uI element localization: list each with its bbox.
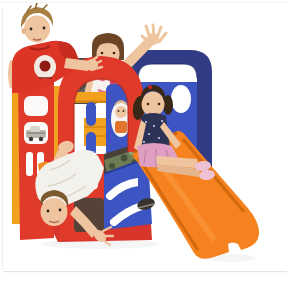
photo-edge-top bbox=[2, 2, 288, 3]
boy1-eye-right bbox=[43, 27, 46, 30]
grip-handle-upper bbox=[86, 102, 96, 126]
boy1-eye-left bbox=[30, 28, 33, 31]
photo bbox=[0, 0, 290, 290]
toddler-face bbox=[115, 106, 127, 118]
girl3-eye-right bbox=[158, 103, 161, 106]
porthole-cutout bbox=[171, 85, 191, 113]
girl2-eye-left bbox=[101, 52, 104, 55]
boy1-face bbox=[24, 16, 50, 43]
boy1-ear bbox=[22, 28, 27, 34]
tower-window-1 bbox=[24, 96, 48, 116]
boy4-eye-right bbox=[59, 209, 62, 212]
girl2-eye-right bbox=[113, 52, 116, 55]
girl3-hair-clip bbox=[148, 85, 152, 89]
photo-edge-left bbox=[2, 8, 3, 270]
toddler-eye-right bbox=[123, 110, 125, 112]
girl3-face bbox=[142, 92, 165, 117]
toddler-clothes bbox=[115, 121, 127, 133]
boy1-shirt-graphic-center bbox=[40, 61, 51, 72]
photo-edge-bottom bbox=[3, 271, 287, 272]
toddler-eye-left bbox=[118, 110, 120, 112]
playground-photo-svg bbox=[0, 0, 290, 290]
girl2-palm bbox=[147, 33, 159, 45]
boy4-eye-left bbox=[47, 210, 50, 213]
tower-slot-1 bbox=[26, 152, 33, 176]
girl3-eye-left bbox=[147, 103, 150, 106]
